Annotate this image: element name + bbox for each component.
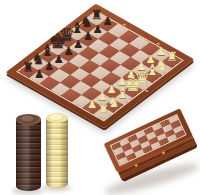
brass-clasp-icon: [162, 151, 166, 155]
black-pawn: ♟: [102, 16, 112, 27]
dark-checkers-stack: [16, 119, 41, 191]
light-checkers-stack: [46, 118, 68, 188]
white-pawn: ♟: [88, 99, 98, 110]
chess-board-grid: ♜♟♟♜♞♟♟♞♝♟♟♝♛♟♟♛♚♟♟♚♝♟♟♝♞♟♟♞♜♟♟♜: [18, 12, 182, 120]
black-pawn: ♟: [34, 69, 44, 80]
dark-checker-top-disc: [16, 114, 41, 125]
chess-board: ♜♟♟♜♞♟♟♞♝♟♟♝♛♟♟♛♚♟♟♚♝♟♟♝♞♟♟♞♜♟♟♜: [5, 4, 194, 129]
black-pawn: ♟: [73, 39, 83, 50]
black-pawn: ♟: [83, 31, 93, 42]
black-pawn: ♟: [93, 24, 103, 35]
black-pawn: ♟: [44, 61, 54, 72]
white-pawn: ♟: [97, 91, 107, 102]
black-pawn: ♟: [63, 46, 73, 57]
white-rook: ♜: [97, 103, 109, 116]
brass-clasp-icon: [134, 164, 138, 168]
product-photo-chess-set: ♜♟♟♜♞♟♟♞♝♟♟♝♛♟♟♛♚♟♟♚♝♟♟♝♞♟♟♞♜♟♟♜: [0, 0, 200, 195]
black-pawn: ♟: [54, 54, 64, 65]
black-rook: ♜: [23, 61, 35, 74]
light-checker-top-disc: [46, 113, 68, 123]
